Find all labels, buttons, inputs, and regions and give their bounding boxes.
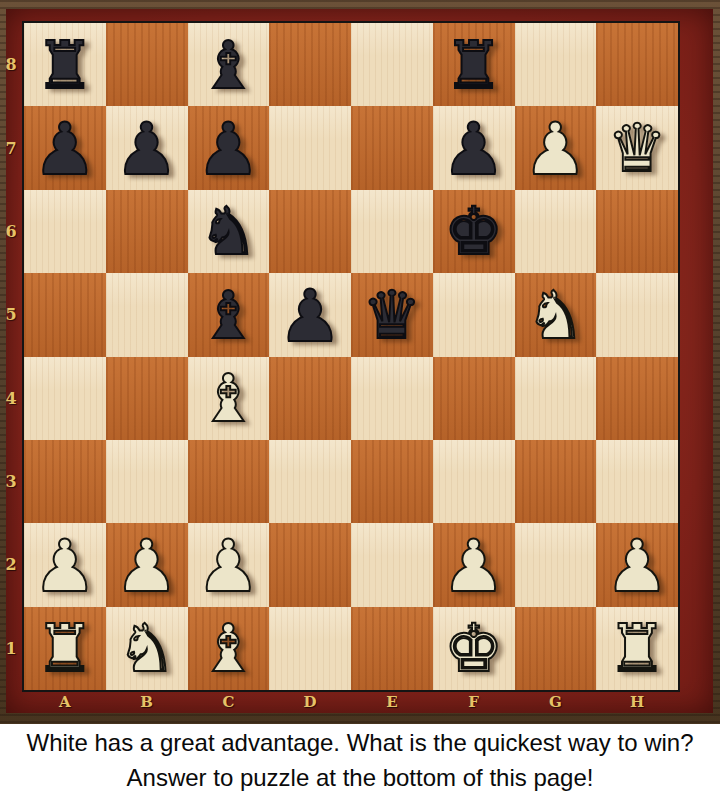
black-pawn: ♟ xyxy=(114,113,179,185)
black-pawn: ♟ xyxy=(196,113,261,185)
square-d1 xyxy=(269,607,351,690)
white-king: ♚ xyxy=(444,616,503,682)
white-rook: ♜ xyxy=(608,616,667,682)
square-c6: ♞ xyxy=(188,190,270,273)
white-bishop: ♝ xyxy=(199,616,258,682)
square-c2: ♟ xyxy=(188,523,270,606)
square-a1: ♜ xyxy=(24,607,106,690)
square-a4 xyxy=(24,357,106,440)
square-b6 xyxy=(106,190,188,273)
rank-label-5: 5 xyxy=(2,273,20,356)
square-h2: ♟ xyxy=(596,523,678,606)
square-h7: ♛ xyxy=(596,106,678,189)
square-b5 xyxy=(106,273,188,356)
square-d2 xyxy=(269,523,351,606)
square-c7: ♟ xyxy=(188,106,270,189)
square-b4 xyxy=(106,357,188,440)
rank-label-4: 4 xyxy=(2,357,20,440)
square-g7: ♟ xyxy=(515,106,597,189)
black-bishop: ♝ xyxy=(199,283,258,349)
white-pawn: ♟ xyxy=(441,530,506,602)
black-king: ♚ xyxy=(444,199,503,265)
chess-board: ♜♝♜♟♟♟♟♟♛♞♚♝♟♛♞♝♟♟♟♟♟♜♞♝♚♜ xyxy=(22,21,680,692)
chess-puzzle-page: 87654321 ♜♝♜♟♟♟♟♟♛♞♚♝♟♛♞♝♟♟♟♟♟♜♞♝♚♜ ABCD… xyxy=(0,0,720,800)
black-pawn: ♟ xyxy=(278,280,343,352)
square-h5 xyxy=(596,273,678,356)
square-d7 xyxy=(269,106,351,189)
square-b7: ♟ xyxy=(106,106,188,189)
rank-label-1: 1 xyxy=(2,607,20,690)
caption-line2: Answer to puzzle at the bottom of this p… xyxy=(127,764,594,792)
square-e3 xyxy=(351,440,433,523)
rank-label-6: 6 xyxy=(2,190,20,273)
square-g6 xyxy=(515,190,597,273)
white-pawn: ♟ xyxy=(523,113,588,185)
black-rook: ♜ xyxy=(35,33,94,99)
square-e8 xyxy=(351,23,433,106)
white-knight: ♞ xyxy=(526,283,585,349)
black-knight: ♞ xyxy=(199,199,258,265)
black-pawn: ♟ xyxy=(441,113,506,185)
square-e4 xyxy=(351,357,433,440)
rank-labels: 87654321 xyxy=(2,23,20,690)
square-f2: ♟ xyxy=(433,523,515,606)
white-pawn: ♟ xyxy=(196,530,261,602)
square-c4: ♝ xyxy=(188,357,270,440)
square-f1: ♚ xyxy=(433,607,515,690)
square-h4 xyxy=(596,357,678,440)
caption-line1: White has a great advantage. What is the… xyxy=(26,729,693,757)
black-bishop: ♝ xyxy=(199,33,258,99)
white-bishop: ♝ xyxy=(199,366,258,432)
rank-label-7: 7 xyxy=(2,106,20,189)
square-g8 xyxy=(515,23,597,106)
square-c3 xyxy=(188,440,270,523)
square-c5: ♝ xyxy=(188,273,270,356)
square-h6 xyxy=(596,190,678,273)
file-label-c: C xyxy=(188,691,270,712)
file-label-f: F xyxy=(433,691,515,712)
square-b3 xyxy=(106,440,188,523)
white-pawn: ♟ xyxy=(605,530,670,602)
rank-label-3: 3 xyxy=(2,440,20,523)
square-b2: ♟ xyxy=(106,523,188,606)
square-a8: ♜ xyxy=(24,23,106,106)
square-g2 xyxy=(515,523,597,606)
square-f6: ♚ xyxy=(433,190,515,273)
square-d4 xyxy=(269,357,351,440)
square-g5: ♞ xyxy=(515,273,597,356)
square-d3 xyxy=(269,440,351,523)
square-e2 xyxy=(351,523,433,606)
square-e7 xyxy=(351,106,433,189)
square-f3 xyxy=(433,440,515,523)
square-h1: ♜ xyxy=(596,607,678,690)
square-h3 xyxy=(596,440,678,523)
file-label-g: G xyxy=(515,691,597,712)
file-label-h: H xyxy=(596,691,678,712)
square-b1: ♞ xyxy=(106,607,188,690)
square-a7: ♟ xyxy=(24,106,106,189)
square-a5 xyxy=(24,273,106,356)
square-e6 xyxy=(351,190,433,273)
square-a3 xyxy=(24,440,106,523)
caption: White has a great advantage. What is the… xyxy=(0,724,720,800)
square-e5: ♛ xyxy=(351,273,433,356)
square-d6 xyxy=(269,190,351,273)
square-a2: ♟ xyxy=(24,523,106,606)
square-c8: ♝ xyxy=(188,23,270,106)
white-rook: ♜ xyxy=(35,616,94,682)
white-pawn: ♟ xyxy=(114,530,179,602)
rank-label-8: 8 xyxy=(2,23,20,106)
rank-label-2: 2 xyxy=(2,523,20,606)
square-f5 xyxy=(433,273,515,356)
square-g3 xyxy=(515,440,597,523)
black-queen: ♛ xyxy=(362,283,421,349)
file-label-b: B xyxy=(106,691,188,712)
white-knight: ♞ xyxy=(117,616,176,682)
square-d8 xyxy=(269,23,351,106)
square-f8: ♜ xyxy=(433,23,515,106)
file-label-d: D xyxy=(269,691,351,712)
square-a6 xyxy=(24,190,106,273)
square-g1 xyxy=(515,607,597,690)
square-b8 xyxy=(106,23,188,106)
black-pawn: ♟ xyxy=(33,113,98,185)
square-f7: ♟ xyxy=(433,106,515,189)
square-e1 xyxy=(351,607,433,690)
file-label-e: E xyxy=(351,691,433,712)
square-h8 xyxy=(596,23,678,106)
file-label-a: A xyxy=(24,691,106,712)
white-pawn: ♟ xyxy=(33,530,98,602)
file-labels: ABCDEFGH xyxy=(24,691,678,712)
black-rook: ♜ xyxy=(444,33,503,99)
square-f4 xyxy=(433,357,515,440)
square-d5: ♟ xyxy=(269,273,351,356)
square-g4 xyxy=(515,357,597,440)
square-c1: ♝ xyxy=(188,607,270,690)
white-queen: ♛ xyxy=(608,116,667,182)
